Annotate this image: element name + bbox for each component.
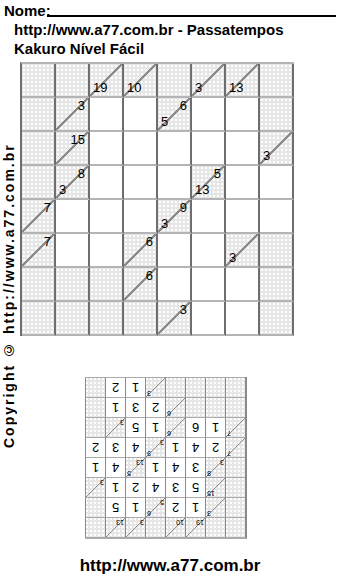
solution-cell-r4c7: 4 <box>105 457 125 477</box>
solution-cell-r1c6: 3 <box>125 517 145 537</box>
solution-cell-r2c3: 1 <box>185 497 205 517</box>
main-cell-r3c5[interactable] <box>158 132 192 166</box>
solution-cell-r2c1 <box>225 497 245 517</box>
main-cell-r6c2[interactable] <box>56 234 90 268</box>
down-clue: 19 <box>196 518 204 526</box>
name-label: Nome: <box>4 2 51 19</box>
main-cell-r1c6: 3 <box>192 64 226 98</box>
main-cell-r8c8 <box>260 302 294 336</box>
solution-cell-r8c8 <box>85 377 105 397</box>
solution-cell-r4c4: 4 <box>165 457 185 477</box>
down-clue: 13 <box>195 183 209 197</box>
main-cell-r2c1 <box>22 98 56 132</box>
across-clue: 7 <box>227 449 231 457</box>
solution-cell-r8c2 <box>205 377 225 397</box>
across-clue: 8 <box>207 469 211 477</box>
down-clue: 3 <box>140 518 144 526</box>
main-cell-r2c7[interactable] <box>226 98 260 132</box>
down-clue: 13 <box>229 81 243 95</box>
down-clue: 3 <box>161 217 168 231</box>
across-clue: 3 <box>78 99 85 113</box>
across-clue: 7 <box>227 429 231 437</box>
main-cell-r1c7: 13 <box>226 64 260 98</box>
down-clue: 10 <box>176 518 184 526</box>
solution-cell-r7c8 <box>85 397 105 417</box>
main-cell-r2c8 <box>260 98 294 132</box>
main-cell-r1c4: 10 <box>124 64 158 98</box>
across-clue: 6 <box>146 269 153 283</box>
main-cell-r7c6[interactable] <box>192 268 226 302</box>
main-cell-r6c6[interactable] <box>192 234 226 268</box>
main-cell-r5c1: 7 <box>22 200 56 234</box>
solution-cell-r6c3: 6 <box>185 417 205 437</box>
across-clue: 6 <box>146 235 153 249</box>
solution-cell-r8c3 <box>185 377 205 397</box>
main-cell-r2c3[interactable] <box>90 98 124 132</box>
down-clue: 3 <box>59 183 66 197</box>
main-cell-r8c2 <box>56 302 90 336</box>
solution-cell-r8c5: 3 <box>145 377 165 397</box>
main-cell-r8c5: 3 <box>158 302 192 336</box>
main-cell-r2c5: 65 <box>158 98 192 132</box>
down-clue: 19 <box>93 81 107 95</box>
solution-cell-r7c7: 1 <box>105 397 125 417</box>
solution-cell-r4c3: 3 <box>185 457 205 477</box>
solution-cell-r5c8: 2 <box>85 437 105 457</box>
solution-cell-r1c1 <box>225 517 245 537</box>
main-cell-r6c7: 3 <box>226 234 260 268</box>
solution-cell-r4c5: 1 <box>145 457 165 477</box>
across-clue: 3 <box>147 389 151 397</box>
across-clue: 15 <box>207 489 215 497</box>
across-clue: 6 <box>180 99 187 113</box>
main-cell-r7c7[interactable] <box>226 268 260 302</box>
solution-cell-r6c1: 7 <box>225 417 245 437</box>
solution-cell-r7c6: 3 <box>125 397 145 417</box>
across-clue: 6 <box>147 509 151 517</box>
solution-cell-r3c5: 4 <box>145 477 165 497</box>
main-cell-r5c4[interactable] <box>124 200 158 234</box>
solution-cell-r8c6: 1 <box>125 377 145 397</box>
solution-cell-r2c6: 1 <box>125 497 145 517</box>
main-cell-r3c4[interactable] <box>124 132 158 166</box>
main-cell-r2c2: 3 <box>56 98 90 132</box>
solution-cell-r6c7: 3 <box>105 417 125 437</box>
across-clue: 7 <box>44 201 51 215</box>
across-clue: 7 <box>44 235 51 249</box>
solution-cell-r2c2: 3 <box>205 497 225 517</box>
main-cell-r7c5[interactable] <box>158 268 192 302</box>
down-clue: 3 <box>229 251 236 265</box>
solution-cell-r5c1: 7 <box>225 437 245 457</box>
main-cell-r3c7[interactable] <box>226 132 260 166</box>
solution-cell-r3c8: 3 <box>85 477 105 497</box>
main-cell-r3c6[interactable] <box>192 132 226 166</box>
main-cell-r1c5 <box>158 64 192 98</box>
main-cell-r7c8 <box>260 268 294 302</box>
main-cell-r1c2 <box>56 64 90 98</box>
down-clue: 3 <box>220 458 224 466</box>
solution-cell-r2c8 <box>85 497 105 517</box>
main-cell-r5c8[interactable] <box>260 200 294 234</box>
main-cell-r2c4[interactable] <box>124 98 158 132</box>
solution-cell-r2c4: 2 <box>165 497 185 517</box>
main-cell-r5c5: 93 <box>158 200 192 234</box>
solution-cell-r7c2 <box>205 397 225 417</box>
solution-cell-r4c2: 83 <box>205 457 225 477</box>
name-blank-line <box>47 15 336 17</box>
across-clue: 3 <box>207 509 211 517</box>
solution-cell-r7c3 <box>185 397 205 417</box>
down-clue: 10 <box>127 81 141 95</box>
main-cell-r1c1 <box>22 64 56 98</box>
solution-cell-r8c7: 2 <box>105 377 125 397</box>
main-cell-r4c6: 513 <box>192 166 226 200</box>
main-cell-r6c4: 6 <box>124 234 158 268</box>
down-clue: 3 <box>120 418 124 426</box>
main-cell-r4c5[interactable] <box>158 166 192 200</box>
across-clue: 6 <box>167 429 171 437</box>
site-title: http://www.a77.com.br - Passatempos <box>14 21 284 38</box>
main-cell-r3c1 <box>22 132 56 166</box>
down-clue: 13 <box>116 518 124 526</box>
solution-cell-r1c8 <box>85 517 105 537</box>
main-cell-r5c2[interactable] <box>56 200 90 234</box>
kakuro-worksheet: Nome: http://www.a77.com.br - Passatempo… <box>0 0 340 584</box>
main-cell-r8c4 <box>124 302 158 336</box>
solution-cell-r4c8: 1 <box>85 457 105 477</box>
solution-cell-r6c8 <box>85 417 105 437</box>
main-cell-r4c4[interactable] <box>124 166 158 200</box>
solution-cell-r7c1 <box>225 397 245 417</box>
solution-cell-r6c4: 6 <box>165 417 185 437</box>
solution-cell-r3c6: 2 <box>125 477 145 497</box>
solution-cell-r3c4: 3 <box>165 477 185 497</box>
kakuro-grid: 19103133651538351379376363 <box>20 62 294 336</box>
solution-cell-r3c1 <box>225 477 245 497</box>
main-cell-r6c8 <box>260 234 294 268</box>
main-cell-r5c7[interactable] <box>226 200 260 234</box>
main-cell-r6c5[interactable] <box>158 234 192 268</box>
main-cell-r7c1 <box>22 268 56 302</box>
solution-cell-r2c5: 65 <box>145 497 165 517</box>
across-clue: 3 <box>180 303 187 317</box>
down-clue: 3 <box>263 149 270 163</box>
main-cell-r7c4: 6 <box>124 268 158 302</box>
solution-cell-r1c7: 13 <box>105 517 125 537</box>
main-cell-r4c8[interactable] <box>260 166 294 200</box>
main-cell-r4c2: 83 <box>56 166 90 200</box>
solution-cell-r5c2: 2 <box>205 437 225 457</box>
down-clue: 5 <box>160 498 164 506</box>
solution-grid-rotated: 1910313312651515534213833415134172419343… <box>85 377 247 539</box>
main-cell-r3c3[interactable] <box>90 132 124 166</box>
solution-cell-r5c3: 4 <box>185 437 205 457</box>
down-clue: 13 <box>136 458 144 466</box>
solution-cell-r7c4: 6 <box>165 397 185 417</box>
main-cell-r8c1 <box>22 302 56 336</box>
down-clue: 5 <box>161 115 168 129</box>
main-cell-r7c2 <box>56 268 90 302</box>
solution-cell-r3c7: 1 <box>105 477 125 497</box>
solution-cell-r3c3: 5 <box>185 477 205 497</box>
solution-cell-r1c3: 19 <box>185 517 205 537</box>
down-clue: 3 <box>160 438 164 446</box>
main-cell-r1c8 <box>260 64 294 98</box>
vertical-copyright-text: Copyright © http://www.a77.com.br <box>1 86 17 448</box>
down-clue: 3 <box>195 81 202 95</box>
main-cell-r4c1 <box>22 166 56 200</box>
solution-cell-r7c5: 2 <box>145 397 165 417</box>
main-cell-r2c6[interactable] <box>192 98 226 132</box>
solution-cell-r2c7: 5 <box>105 497 125 517</box>
across-clue: 5 <box>127 469 131 477</box>
main-cell-r1c3: 19 <box>90 64 124 98</box>
main-cell-r4c3[interactable] <box>90 166 124 200</box>
solution-cell-r5c4: 1 <box>165 437 185 457</box>
across-clue: 5 <box>214 167 221 181</box>
down-clue: 3 <box>100 478 104 486</box>
solution-cell-r5c6: 4 <box>125 437 145 457</box>
main-cell-r8c6[interactable] <box>192 302 226 336</box>
across-clue: 8 <box>78 167 85 181</box>
solution-cell-r6c2: 1 <box>205 417 225 437</box>
solution-cell-r8c1 <box>225 377 245 397</box>
across-clue: 15 <box>71 133 85 147</box>
solution-cell-r5c7: 3 <box>105 437 125 457</box>
main-cell-r6c1: 7 <box>22 234 56 268</box>
main-cell-r5c3[interactable] <box>90 200 124 234</box>
main-cell-r8c3 <box>90 302 124 336</box>
main-cell-r4c7[interactable] <box>226 166 260 200</box>
main-cell-r6c3[interactable] <box>90 234 124 268</box>
solution-cell-r1c4: 10 <box>165 517 185 537</box>
main-cell-r3c8: 3 <box>260 132 294 166</box>
main-cell-r3c2: 15 <box>56 132 90 166</box>
main-cell-r8c7[interactable] <box>226 302 260 336</box>
main-cell-r7c3 <box>90 268 124 302</box>
main-cell-r5c6[interactable] <box>192 200 226 234</box>
solution-cell-r3c2: 15 <box>205 477 225 497</box>
across-clue: 6 <box>167 409 171 417</box>
solution-cell-r8c4 <box>165 377 185 397</box>
solution-cell-r6c6: 5 <box>125 417 145 437</box>
solution-cell-r1c5 <box>145 517 165 537</box>
solution-cell-r6c5: 1 <box>145 417 165 437</box>
solution-cell-r4c1 <box>225 457 245 477</box>
puzzle-title: Kakuro Nível Fácil <box>14 40 144 57</box>
across-clue: 9 <box>147 449 151 457</box>
solution-cell-r4c6: 513 <box>125 457 145 477</box>
solution-cell-r1c2 <box>205 517 225 537</box>
footer-url: http://www.a77.com.br <box>0 556 340 576</box>
across-clue: 9 <box>180 201 187 215</box>
solution-cell-r5c5: 93 <box>145 437 165 457</box>
